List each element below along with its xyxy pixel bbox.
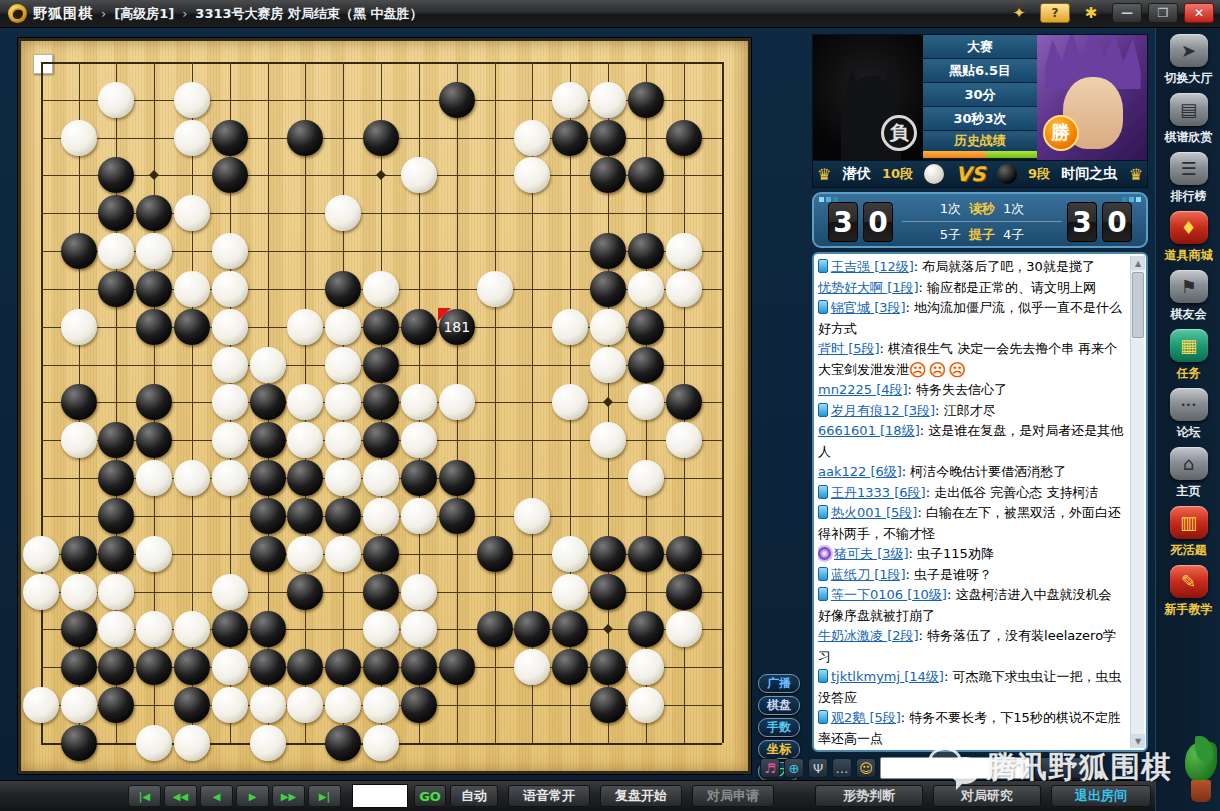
chat-username[interactable]: 忧势好大啊: [818, 280, 887, 295]
go-grid: 181: [41, 62, 722, 743]
black-stone: [477, 611, 513, 647]
white-stone: [61, 309, 97, 345]
sidebar-item-任务[interactable]: ▦任务: [1156, 323, 1220, 382]
mobile-icon: [818, 403, 828, 417]
playback-controls: |◀◀◀◀▶▶▶▶|: [128, 785, 341, 807]
chat-text: : 柯洁今晚估计要借酒消愁了: [902, 464, 1067, 479]
mall-diamond-icon[interactable]: ♦: [1170, 211, 1208, 244]
globe-icon[interactable]: ⊕: [784, 758, 804, 778]
white-stone: [136, 460, 172, 496]
sidebar-item-棋谱欣赏[interactable]: ▤棋谱欣赏: [1156, 87, 1220, 146]
chat-message: tjktlkmymj [14级]: 可杰跪下求虫虫让一把，虫虫没答应: [818, 667, 1128, 708]
window-controls: ✦ ? ✱ — ❐ ✕: [1004, 3, 1214, 23]
black-stone: [552, 649, 588, 685]
sidebar-item-label: 棋友会: [1171, 306, 1207, 323]
white-stone: [174, 460, 210, 496]
white-stone: [212, 309, 248, 345]
black-stone: [250, 498, 286, 534]
task-icon[interactable]: ▦: [1170, 329, 1208, 362]
black-stone: [666, 536, 702, 572]
match-rules: 大赛黑贴6.5目30分30秒3次 历史战绩: [923, 35, 1036, 159]
chat-message: 背时 [5段]: 棋渣很生气 决定一会先去撸个串 再来个大宝剑发泄发泄☹☹☹: [818, 339, 1128, 380]
black-stone: [628, 157, 664, 193]
star-point: [376, 171, 386, 181]
chat-user-rank: [5段]: [848, 341, 879, 356]
black-stone: [401, 687, 437, 723]
chat-message: mn2225 [4段]: 特务失去信心了: [818, 380, 1128, 401]
white-stone: [666, 271, 702, 307]
black-stone: [401, 460, 437, 496]
black-stone: [61, 384, 97, 420]
bottom-bar: |◀◀◀◀▶▶▶▶| GO 自动 语音常开 复盘开始 对局申请 形势判断 对局研…: [0, 780, 1155, 811]
white-stone: [287, 687, 323, 723]
clock-digit: 0: [1102, 202, 1132, 242]
black-stone: [250, 649, 286, 685]
history-record-label[interactable]: 历史战绩: [923, 131, 1036, 151]
mic-icon[interactable]: Ψ: [808, 758, 828, 778]
white-stone: [250, 687, 286, 723]
sidebar-item-死活题[interactable]: ▥死活题: [1156, 500, 1220, 559]
chat-username[interactable]: 等一下0106: [831, 587, 907, 602]
black-stone: [628, 611, 664, 647]
black-stone: [439, 498, 475, 534]
match-info-panel: 負 大赛黑贴6.5目30分30秒3次 历史战绩 勝: [812, 34, 1148, 160]
white-stone: [287, 536, 323, 572]
timer-panel: 3 0 1次 读秒 1次 5子 提子 4子 3 0: [812, 192, 1148, 248]
black-stone: [363, 120, 399, 156]
chat-username[interactable]: 6661601: [818, 423, 880, 438]
chat-text: : 虫子是谁呀？: [906, 567, 993, 582]
flower-icon: [818, 547, 831, 560]
white-stone: [552, 309, 588, 345]
sidebar-item-label: 论坛: [1177, 424, 1201, 441]
white-stone: [250, 725, 286, 761]
chat-text: : 输应都是正常的、请文明上网: [919, 280, 1097, 295]
sidebar-item-道具商城[interactable]: ♦道具商城: [1156, 205, 1220, 264]
sidebar-item-主页[interactable]: ⌂主页: [1156, 441, 1220, 500]
white-stone: [552, 574, 588, 610]
chat-message: 岁月有痕12 [3段]: 江郎才尽: [818, 401, 1128, 422]
mobile-icon: [818, 587, 828, 601]
white-stone: [250, 347, 286, 383]
white-player-name[interactable]: 潜伏: [843, 165, 871, 183]
breadcrumb-separator: ›: [101, 6, 106, 21]
chat-message-list[interactable]: 王吉强 [12级]: 布局就落后了吧，30就是搅了忧势好大啊 [1段]: 输应都…: [818, 257, 1128, 747]
game-research-button[interactable]: 对局研究: [933, 785, 1041, 807]
win-badge: 勝: [1043, 115, 1079, 151]
black-stone: [250, 422, 286, 458]
scroll-up-icon[interactable]: ▲: [1131, 256, 1145, 270]
black-stone: [401, 649, 437, 685]
white-stone: [628, 649, 664, 685]
sidebar-item-label: 死活题: [1171, 542, 1207, 559]
white-stone: [23, 536, 59, 572]
chat-message: 牛奶冰激凌 [2段]: 特务落伍了，没有装leelazero学习: [818, 626, 1128, 667]
chat-user-rank: [10级]: [907, 587, 947, 602]
home-icon[interactable]: ⌂: [1170, 447, 1208, 480]
forum-bubble-icon[interactable]: •••: [1170, 388, 1208, 421]
scrollbar-thumb[interactable]: [1132, 272, 1144, 338]
captures-left: 5子: [940, 226, 961, 244]
mobile-icon: [818, 567, 828, 581]
black-stone: [666, 574, 702, 610]
loss-badge: 負: [881, 115, 917, 151]
black-stone: [287, 574, 323, 610]
white-stone: [325, 536, 361, 572]
star-point: [603, 398, 613, 408]
black-stone: [174, 309, 210, 345]
white-stone: [174, 271, 210, 307]
speaker-icon[interactable]: ♬: [760, 758, 780, 778]
game-request-button: 对局申请: [692, 785, 774, 807]
white-stone: [401, 498, 437, 534]
chat-message: 观2鹅 [5段]: 特务不要长考，下15秒的棋说不定胜率还高一点: [818, 708, 1128, 747]
match-rule-row: 黑贴6.5目: [923, 59, 1036, 82]
black-stone: [98, 422, 134, 458]
chat-username[interactable]: 牛奶冰激凌: [818, 628, 887, 643]
sidebar-item-label: 主页: [1177, 483, 1201, 500]
prev-move-button[interactable]: ◀: [200, 785, 233, 807]
black-stone: [439, 460, 475, 496]
chat-toolbar: ♬ ⊕ Ψ … ☺: [760, 755, 1155, 781]
avatar-white-player[interactable]: 負: [813, 35, 923, 161]
white-stone: [98, 574, 134, 610]
black-stone: [590, 271, 626, 307]
chat-user-rank: [18级]: [880, 423, 920, 438]
white-stone: [552, 82, 588, 118]
white-stone: [212, 574, 248, 610]
white-stone: [136, 725, 172, 761]
black-stone: [98, 271, 134, 307]
title-bar: 野狐围棋 › [高级房1] › 3313号大赛房 对局结束（黑 中盘胜） ✦ ?…: [0, 0, 1220, 28]
black-stone: [401, 309, 437, 345]
sidebar-item-label: 任务: [1177, 365, 1201, 382]
black-stone: [666, 120, 702, 156]
fox-go-logo-icon: [8, 4, 27, 23]
white-stone: [287, 384, 323, 420]
close-icon[interactable]: ✕: [1184, 3, 1214, 23]
black-stone: [590, 649, 626, 685]
white-stone: [514, 649, 550, 685]
divider: [902, 221, 1062, 222]
send-button[interactable]: [1034, 757, 1092, 779]
club-flag-icon[interactable]: ⚑: [1170, 270, 1208, 303]
white-stone: [287, 309, 323, 345]
replay-start-button[interactable]: 复盘开始: [600, 785, 682, 807]
white-stone: [514, 120, 550, 156]
chat-scrollbar[interactable]: ▲ ▼: [1130, 256, 1144, 748]
move-number-input[interactable]: [352, 784, 408, 808]
chat-message: 等一下0106 [10级]: 这盘柯洁进入中盘就没机会 好像序盘就被打崩了: [818, 585, 1128, 626]
history-record-bar: [923, 151, 1036, 158]
white-stone: [401, 574, 437, 610]
tsumego-icon[interactable]: ▥: [1170, 506, 1208, 539]
minimize-icon[interactable]: —: [1112, 3, 1142, 23]
black-stone: [363, 536, 399, 572]
board-toggle-手数[interactable]: 手数: [758, 718, 800, 737]
chat-username[interactable]: 王丹1333: [831, 485, 894, 500]
white-stone: [628, 687, 664, 723]
black-stone: [98, 536, 134, 572]
black-stone: [98, 498, 134, 534]
chat-text: : 江郎才尽: [935, 403, 996, 418]
chat-username[interactable]: mn2225: [818, 382, 876, 397]
white-stone: [174, 120, 210, 156]
history-bar-orange: [923, 151, 985, 158]
position-judge-button[interactable]: 形势判断: [815, 785, 923, 807]
chat-message: 6661601 [18级]: 这是谁在复盘，是对局者还是其他人: [818, 421, 1128, 462]
voice-toggle-button[interactable]: 语音常开: [508, 785, 590, 807]
black-stone: [628, 82, 664, 118]
black-stone: [136, 384, 172, 420]
bubble-icon[interactable]: …: [832, 758, 852, 778]
white-stone: [61, 120, 97, 156]
black-stone: [212, 120, 248, 156]
white-stone: [590, 82, 626, 118]
black-stone: [61, 611, 97, 647]
white-stone: [212, 687, 248, 723]
white-stone: [363, 460, 399, 496]
white-stone: [212, 422, 248, 458]
auto-button[interactable]: 自动: [450, 785, 498, 807]
sidebar-item-切换大厅[interactable]: ➤切换大厅: [1156, 28, 1220, 87]
app-window: 野狐围棋 › [高级房1] › 3313号大赛房 对局结束（黑 中盘胜） ✦ ?…: [0, 0, 1220, 811]
chat-user-rank: [4段]: [876, 382, 907, 397]
history-bar-green: [986, 151, 1037, 158]
white-stone: [325, 195, 361, 231]
white-stone: [401, 611, 437, 647]
white-stone: [590, 422, 626, 458]
white-stone: [212, 460, 248, 496]
black-stone: [628, 309, 664, 345]
star-point: [603, 624, 613, 634]
black-stone: [628, 536, 664, 572]
white-stone: [212, 271, 248, 307]
white-stone: [325, 384, 361, 420]
white-stone: [136, 536, 172, 572]
tutorial-icon[interactable]: ✎: [1170, 565, 1208, 598]
next-move-button[interactable]: ▶: [236, 785, 269, 807]
chat-message: 猪可夫 [3级]: 虫子115劝降: [818, 544, 1128, 565]
chat-user-rank: [1段]: [874, 567, 905, 582]
sidebar-item-label: 道具商城: [1165, 247, 1213, 264]
black-stone: [439, 82, 475, 118]
grid-line: [722, 62, 724, 743]
chat-username[interactable]: 蓝纸刀: [831, 567, 874, 582]
white-stone: [174, 82, 210, 118]
smiley-icon[interactable]: ☺: [856, 758, 876, 778]
mobile-icon: [818, 485, 828, 499]
white-stone: [439, 384, 475, 420]
breadcrumb-title: 3313号大赛房 对局结束（黑 中盘胜）: [195, 5, 422, 23]
scroll-down-icon[interactable]: ▼: [1131, 734, 1145, 748]
chat-user-rank: [2段]: [887, 628, 918, 643]
chat-user-rank: [3段]: [874, 300, 905, 315]
avatar-black-player[interactable]: 勝: [1037, 35, 1147, 161]
black-stone-icon: [997, 164, 1017, 184]
black-stone: [552, 611, 588, 647]
white-stone: [98, 82, 134, 118]
white-stone: [325, 687, 361, 723]
breadcrumb-room[interactable]: [高级房1]: [114, 5, 174, 23]
black-stone: [325, 725, 361, 761]
white-stone: [514, 157, 550, 193]
last-move-button[interactable]: ▶|: [308, 785, 341, 807]
black-stone: [98, 649, 134, 685]
white-stone: [514, 498, 550, 534]
chat-username[interactable]: 背时: [818, 341, 848, 356]
chat-username[interactable]: 观2鹅: [831, 710, 869, 725]
help-icon[interactable]: ?: [1040, 3, 1070, 23]
black-stone: [552, 120, 588, 156]
white-stone: [174, 611, 210, 647]
chat-username[interactable]: tjktlkmymj: [831, 669, 904, 684]
mobile-icon: [818, 710, 828, 724]
chat-input[interactable]: [880, 757, 1030, 779]
sidebar-item-label: 排行榜: [1171, 188, 1207, 205]
chat-username[interactable]: 锦官城: [831, 300, 874, 315]
white-stone: [628, 271, 664, 307]
chat-text: : 特务失去信心了: [908, 382, 1008, 397]
chat-message: 王丹1333 [6段]: 走出低谷 完善心态 支持柯洁: [818, 483, 1128, 504]
angry-emoji-icon: ☹☹☹: [909, 360, 968, 380]
chat-username[interactable]: 岁月有痕12: [831, 403, 904, 418]
black-stone: [98, 687, 134, 723]
white-stone: [174, 725, 210, 761]
white-stone: [212, 649, 248, 685]
white-stone: [552, 384, 588, 420]
black-stone: [590, 687, 626, 723]
ranking-icon[interactable]: ☰: [1170, 152, 1208, 185]
white-stone: [666, 611, 702, 647]
skin-icon[interactable]: ✦: [1004, 3, 1034, 23]
white-stone: [325, 422, 361, 458]
black-stone: [212, 157, 248, 193]
white-stone: [590, 347, 626, 383]
white-stone: [325, 347, 361, 383]
black-byoyomi-clock: 3 0: [1067, 202, 1132, 242]
chat-username[interactable]: aak122: [818, 464, 870, 479]
black-stone: [325, 649, 361, 685]
settings-gear-icon[interactable]: ✱: [1076, 3, 1106, 23]
last-move-stone: 181: [439, 309, 475, 345]
chat-username[interactable]: 热火001: [831, 505, 886, 520]
black-stone: [590, 536, 626, 572]
black-stone: [590, 157, 626, 193]
chat-user-rank: [6段]: [894, 485, 925, 500]
hall-switch-icon[interactable]: ➤: [1170, 34, 1208, 67]
white-stone: [61, 687, 97, 723]
white-stone: [325, 460, 361, 496]
black-stone: [628, 347, 664, 383]
sidebar-item-棋友会[interactable]: ⚑棋友会: [1156, 264, 1220, 323]
black-stone: [439, 649, 475, 685]
white-stone: [98, 611, 134, 647]
white-stone: [136, 611, 172, 647]
match-rule-row: 30分: [923, 83, 1036, 106]
black-stone: [136, 422, 172, 458]
black-stone: [61, 649, 97, 685]
chat-user-rank: [14级]: [904, 669, 944, 684]
clock-digit: 3: [828, 202, 858, 242]
white-stone: [477, 271, 513, 307]
chat-user-rank: [6级]: [870, 464, 901, 479]
black-stone: [61, 536, 97, 572]
white-stone: [363, 687, 399, 723]
fast-forward-button[interactable]: ▶▶: [272, 785, 305, 807]
white-stone: [287, 422, 323, 458]
byoyomi-right: 1次: [1003, 200, 1024, 218]
clock-digit: 0: [863, 202, 893, 242]
mobile-icon: [818, 669, 828, 683]
kifu-book-icon[interactable]: ▤: [1170, 93, 1208, 126]
white-stone: [212, 384, 248, 420]
go-board[interactable]: 181: [18, 38, 751, 774]
clock-digit: 3: [1067, 202, 1097, 242]
white-stone: [628, 384, 664, 420]
first-move-button[interactable]: |◀: [128, 785, 161, 807]
white-stone: [363, 611, 399, 647]
white-stone: [363, 498, 399, 534]
crown-icon: ♛: [817, 165, 831, 184]
maximize-icon[interactable]: ❐: [1148, 3, 1178, 23]
breadcrumb-separator: ›: [182, 6, 187, 21]
black-stone: [250, 460, 286, 496]
black-stone: [363, 384, 399, 420]
chat-user-rank: [5段]: [869, 710, 900, 725]
sidebar-item-排行榜[interactable]: ☰排行榜: [1156, 146, 1220, 205]
white-stone: [666, 422, 702, 458]
black-stone: [212, 611, 248, 647]
white-stone: [363, 725, 399, 761]
black-stone: [136, 195, 172, 231]
board-toggle-广播[interactable]: 广播: [758, 674, 800, 693]
crown-icon: ♛: [1129, 165, 1143, 184]
chat-panel: 王吉强 [12级]: 布局就落后了吧，30就是搅了忧势好大啊 [1段]: 输应都…: [812, 252, 1148, 752]
go-button[interactable]: GO: [414, 785, 446, 807]
app-title: 野狐围棋: [33, 5, 93, 23]
star-point: [149, 171, 159, 181]
fast-rewind-button[interactable]: ◀◀: [164, 785, 197, 807]
board-toggle-棋盘[interactable]: 棋盘: [758, 696, 800, 715]
chat-user-rank: [3级]: [877, 546, 908, 561]
sidebar-item-论坛[interactable]: •••论坛: [1156, 382, 1220, 441]
mobile-icon: [818, 259, 828, 273]
black-stone: [287, 649, 323, 685]
black-stone: [590, 233, 626, 269]
black-player-name[interactable]: 时间之虫: [1061, 165, 1117, 183]
white-stone: [61, 574, 97, 610]
black-stone: [628, 233, 664, 269]
black-stone: [98, 195, 134, 231]
white-stone: [23, 574, 59, 610]
sidebar-item-新手教学[interactable]: ✎新手教学: [1156, 559, 1220, 618]
black-stone: [363, 649, 399, 685]
chat-username[interactable]: 王吉强: [831, 259, 874, 274]
chat-username[interactable]: 猪可夫: [834, 546, 877, 561]
black-stone: [174, 687, 210, 723]
black-stone: [287, 120, 323, 156]
exit-room-button[interactable]: 退出房间: [1051, 785, 1151, 807]
last-move-number: 181: [439, 318, 475, 334]
sidebar-item-label: 棋谱欣赏: [1165, 129, 1213, 146]
white-stone: [174, 195, 210, 231]
match-rule-row: 30秒3次: [923, 107, 1036, 130]
chat-message: 锦官城 [3段]: 地沟流加僵尸流，似乎一直不是什么好方式: [818, 298, 1128, 339]
black-stone: [666, 384, 702, 420]
black-stone: [590, 574, 626, 610]
black-stone: [325, 271, 361, 307]
